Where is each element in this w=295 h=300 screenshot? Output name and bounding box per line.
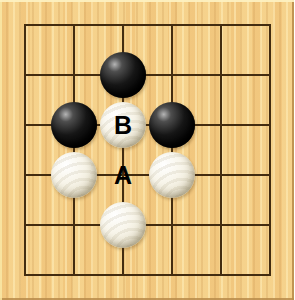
- intersection-3-0[interactable]: [1, 150, 50, 200]
- intersection-1-2[interactable]: [99, 50, 148, 100]
- intersection-2-3[interactable]: [148, 100, 197, 150]
- board-intersections: BA: [1, 0, 295, 300]
- intersection-0-2[interactable]: [99, 0, 148, 50]
- intersection-2-4[interactable]: [197, 100, 246, 150]
- intersection-0-1[interactable]: [50, 0, 99, 50]
- intersection-2-5[interactable]: [246, 100, 295, 150]
- intersection-5-5[interactable]: [246, 250, 295, 300]
- intersection-2-2[interactable]: B: [99, 100, 148, 150]
- intersection-3-5[interactable]: [246, 150, 295, 200]
- intersection-0-4[interactable]: [197, 0, 246, 50]
- intersection-3-3[interactable]: [148, 150, 197, 200]
- intersection-5-1[interactable]: [50, 250, 99, 300]
- white-stone: [100, 202, 146, 248]
- intersection-5-2[interactable]: [99, 250, 148, 300]
- intersection-3-2[interactable]: A: [99, 150, 148, 200]
- intersection-4-5[interactable]: [246, 200, 295, 250]
- intersection-5-0[interactable]: [1, 250, 50, 300]
- white-stone: [51, 152, 97, 198]
- intersection-1-3[interactable]: [148, 50, 197, 100]
- black-stone: [51, 102, 97, 148]
- intersection-2-1[interactable]: [50, 100, 99, 150]
- intersection-1-0[interactable]: [1, 50, 50, 100]
- black-stone: [149, 102, 195, 148]
- intersection-1-4[interactable]: [197, 50, 246, 100]
- intersection-4-2[interactable]: [99, 200, 148, 250]
- white-stone: [149, 152, 195, 198]
- go-board: BA: [0, 0, 294, 300]
- intersection-0-0[interactable]: [1, 0, 50, 50]
- black-stone: [100, 52, 146, 98]
- intersection-0-5[interactable]: [246, 0, 295, 50]
- intersection-4-0[interactable]: [1, 200, 50, 250]
- intersection-5-3[interactable]: [148, 250, 197, 300]
- intersection-1-1[interactable]: [50, 50, 99, 100]
- intersection-4-1[interactable]: [50, 200, 99, 250]
- intersection-1-5[interactable]: [246, 50, 295, 100]
- intersection-3-4[interactable]: [197, 150, 246, 200]
- point-label-a: A: [99, 150, 148, 200]
- intersection-4-4[interactable]: [197, 200, 246, 250]
- white-stone: [100, 102, 146, 148]
- intersection-4-3[interactable]: [148, 200, 197, 250]
- intersection-3-1[interactable]: [50, 150, 99, 200]
- intersection-5-4[interactable]: [197, 250, 246, 300]
- intersection-2-0[interactable]: [1, 100, 50, 150]
- intersection-0-3[interactable]: [148, 0, 197, 50]
